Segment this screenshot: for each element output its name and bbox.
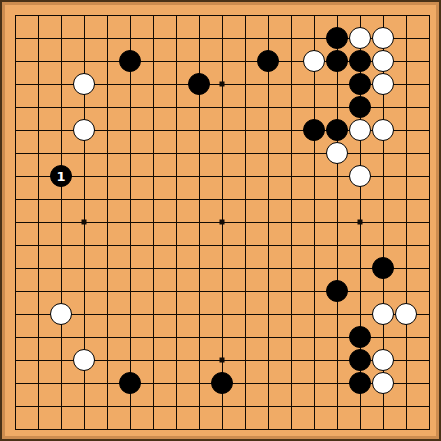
black-stone (349, 50, 371, 72)
white-stone (73, 73, 95, 95)
marked-black-stone-move-1: 1 (50, 165, 72, 187)
star-point (220, 82, 225, 87)
white-stone (372, 50, 394, 72)
white-stone (372, 27, 394, 49)
white-stone (303, 50, 325, 72)
star-point (220, 358, 225, 363)
go-board: 1 (0, 0, 441, 441)
white-stone (372, 372, 394, 394)
black-stone (349, 372, 371, 394)
black-stone (188, 73, 210, 95)
white-stone (372, 303, 394, 325)
black-stone (326, 119, 348, 141)
white-stone (372, 349, 394, 371)
white-stone (395, 303, 417, 325)
white-stone (349, 27, 371, 49)
white-stone (349, 119, 371, 141)
star-point (82, 220, 87, 225)
black-stone (349, 349, 371, 371)
black-stone (326, 27, 348, 49)
white-stone (50, 303, 72, 325)
white-stone (372, 119, 394, 141)
black-stone (303, 119, 325, 141)
white-stone (73, 119, 95, 141)
move-number-label: 1 (56, 170, 65, 183)
black-stone (119, 50, 141, 72)
black-stone (349, 96, 371, 118)
star-point (358, 220, 363, 225)
black-stone (372, 257, 394, 279)
white-stone (73, 349, 95, 371)
black-stone (326, 50, 348, 72)
black-stone (349, 326, 371, 348)
black-stone (349, 73, 371, 95)
white-stone (349, 165, 371, 187)
white-stone (372, 73, 394, 95)
black-stone (119, 372, 141, 394)
black-stone (211, 372, 233, 394)
black-stone (257, 50, 279, 72)
white-stone (326, 142, 348, 164)
star-point (220, 220, 225, 225)
black-stone (326, 280, 348, 302)
